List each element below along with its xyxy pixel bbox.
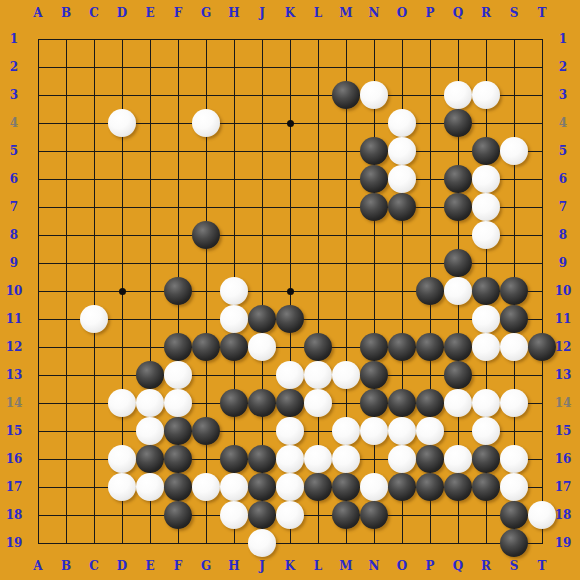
intersection-F10[interactable] (164, 277, 192, 305)
intersection-A19[interactable] (24, 529, 52, 557)
stone-black-M17[interactable] (332, 473, 360, 501)
intersection-D12[interactable] (108, 333, 136, 361)
intersection-H10[interactable] (220, 277, 248, 305)
stone-black-S18[interactable] (500, 501, 528, 529)
stone-white-H18[interactable] (220, 501, 248, 529)
intersection-N17[interactable] (360, 473, 388, 501)
intersection-T13[interactable] (528, 361, 556, 389)
intersection-L9[interactable] (304, 249, 332, 277)
stone-black-M18[interactable] (332, 501, 360, 529)
stone-black-O17[interactable] (388, 473, 416, 501)
intersection-S10[interactable] (500, 277, 528, 305)
intersection-G5[interactable] (192, 137, 220, 165)
intersection-J19[interactable] (248, 529, 276, 557)
stone-black-P14[interactable] (416, 389, 444, 417)
stone-white-R12[interactable] (472, 333, 500, 361)
stone-black-N5[interactable] (360, 137, 388, 165)
stone-black-F17[interactable] (164, 473, 192, 501)
intersection-Q16[interactable] (444, 445, 472, 473)
intersection-A14[interactable] (24, 389, 52, 417)
intersection-A5[interactable] (24, 137, 52, 165)
intersection-L12[interactable] (304, 333, 332, 361)
intersection-K5[interactable] (276, 137, 304, 165)
intersection-S5[interactable] (500, 137, 528, 165)
intersection-L10[interactable] (304, 277, 332, 305)
intersection-K2[interactable] (276, 53, 304, 81)
intersection-J3[interactable] (248, 81, 276, 109)
stone-black-F18[interactable] (164, 501, 192, 529)
intersection-Q1[interactable] (444, 25, 472, 53)
intersection-K11[interactable] (276, 305, 304, 333)
intersection-D13[interactable] (108, 361, 136, 389)
intersection-E1[interactable] (136, 25, 164, 53)
intersection-N15[interactable] (360, 417, 388, 445)
intersection-L6[interactable] (304, 165, 332, 193)
stone-white-R11[interactable] (472, 305, 500, 333)
intersection-N18[interactable] (360, 501, 388, 529)
intersection-M8[interactable] (332, 221, 360, 249)
intersection-G18[interactable] (192, 501, 220, 529)
stone-black-L17[interactable] (304, 473, 332, 501)
intersection-J6[interactable] (248, 165, 276, 193)
intersection-G8[interactable] (192, 221, 220, 249)
stone-black-O12[interactable] (388, 333, 416, 361)
intersection-C15[interactable] (80, 417, 108, 445)
intersection-C12[interactable] (80, 333, 108, 361)
intersection-C11[interactable] (80, 305, 108, 333)
stone-white-O16[interactable] (388, 445, 416, 473)
intersection-S17[interactable] (500, 473, 528, 501)
intersection-M9[interactable] (332, 249, 360, 277)
stone-white-H10[interactable] (220, 277, 248, 305)
intersection-F8[interactable] (164, 221, 192, 249)
intersection-D7[interactable] (108, 193, 136, 221)
intersection-H2[interactable] (220, 53, 248, 81)
intersection-H16[interactable] (220, 445, 248, 473)
intersection-B17[interactable] (52, 473, 80, 501)
stone-black-O14[interactable] (388, 389, 416, 417)
intersection-D14[interactable] (108, 389, 136, 417)
intersection-T16[interactable] (528, 445, 556, 473)
intersection-R19[interactable] (472, 529, 500, 557)
intersection-D9[interactable] (108, 249, 136, 277)
intersection-L19[interactable] (304, 529, 332, 557)
intersection-T14[interactable] (528, 389, 556, 417)
stone-black-R17[interactable] (472, 473, 500, 501)
intersection-T5[interactable] (528, 137, 556, 165)
intersection-O17[interactable] (388, 473, 416, 501)
intersection-S16[interactable] (500, 445, 528, 473)
intersection-T2[interactable] (528, 53, 556, 81)
intersection-M14[interactable] (332, 389, 360, 417)
intersection-T7[interactable] (528, 193, 556, 221)
intersection-A1[interactable] (24, 25, 52, 53)
stone-white-L16[interactable] (304, 445, 332, 473)
stone-white-K17[interactable] (276, 473, 304, 501)
intersection-Q4[interactable] (444, 109, 472, 137)
intersection-S3[interactable] (500, 81, 528, 109)
intersection-N5[interactable] (360, 137, 388, 165)
intersection-F11[interactable] (164, 305, 192, 333)
intersection-P17[interactable] (416, 473, 444, 501)
intersection-R16[interactable] (472, 445, 500, 473)
stone-black-R10[interactable] (472, 277, 500, 305)
stone-black-Q9[interactable] (444, 249, 472, 277)
intersection-J11[interactable] (248, 305, 276, 333)
intersection-Q13[interactable] (444, 361, 472, 389)
stone-black-Q17[interactable] (444, 473, 472, 501)
stone-white-C11[interactable] (80, 305, 108, 333)
stone-white-K16[interactable] (276, 445, 304, 473)
stone-white-F13[interactable] (164, 361, 192, 389)
intersection-O5[interactable] (388, 137, 416, 165)
intersection-J13[interactable] (248, 361, 276, 389)
intersection-C17[interactable] (80, 473, 108, 501)
intersection-L15[interactable] (304, 417, 332, 445)
intersection-J5[interactable] (248, 137, 276, 165)
intersection-R10[interactable] (472, 277, 500, 305)
intersection-C16[interactable] (80, 445, 108, 473)
stone-black-R5[interactable] (472, 137, 500, 165)
intersection-O2[interactable] (388, 53, 416, 81)
stone-black-G12[interactable] (192, 333, 220, 361)
intersection-M15[interactable] (332, 417, 360, 445)
intersection-J2[interactable] (248, 53, 276, 81)
intersection-D4[interactable] (108, 109, 136, 137)
intersection-D19[interactable] (108, 529, 136, 557)
intersection-C18[interactable] (80, 501, 108, 529)
stone-black-H16[interactable] (220, 445, 248, 473)
stone-white-S14[interactable] (500, 389, 528, 417)
intersection-D11[interactable] (108, 305, 136, 333)
intersection-B8[interactable] (52, 221, 80, 249)
stone-black-J16[interactable] (248, 445, 276, 473)
intersection-C13[interactable] (80, 361, 108, 389)
intersection-G17[interactable] (192, 473, 220, 501)
intersection-S12[interactable] (500, 333, 528, 361)
stone-white-O15[interactable] (388, 417, 416, 445)
intersection-Q17[interactable] (444, 473, 472, 501)
intersection-L5[interactable] (304, 137, 332, 165)
intersection-F12[interactable] (164, 333, 192, 361)
intersection-P4[interactable] (416, 109, 444, 137)
intersection-G6[interactable] (192, 165, 220, 193)
stone-black-F12[interactable] (164, 333, 192, 361)
intersection-E2[interactable] (136, 53, 164, 81)
intersection-R12[interactable] (472, 333, 500, 361)
intersection-E15[interactable] (136, 417, 164, 445)
stone-white-T18[interactable] (528, 501, 556, 529)
intersection-B14[interactable] (52, 389, 80, 417)
intersection-S14[interactable] (500, 389, 528, 417)
intersection-M18[interactable] (332, 501, 360, 529)
intersection-B18[interactable] (52, 501, 80, 529)
stone-black-J17[interactable] (248, 473, 276, 501)
intersection-N14[interactable] (360, 389, 388, 417)
intersection-D18[interactable] (108, 501, 136, 529)
intersection-Q9[interactable] (444, 249, 472, 277)
stone-black-P16[interactable] (416, 445, 444, 473)
stone-white-Q3[interactable] (444, 81, 472, 109)
stone-white-S12[interactable] (500, 333, 528, 361)
intersection-E17[interactable] (136, 473, 164, 501)
stone-white-O5[interactable] (388, 137, 416, 165)
intersection-D5[interactable] (108, 137, 136, 165)
intersection-P15[interactable] (416, 417, 444, 445)
stone-white-P15[interactable] (416, 417, 444, 445)
intersection-A2[interactable] (24, 53, 52, 81)
stone-white-S5[interactable] (500, 137, 528, 165)
intersection-S9[interactable] (500, 249, 528, 277)
stone-black-K11[interactable] (276, 305, 304, 333)
intersection-K1[interactable] (276, 25, 304, 53)
intersection-O15[interactable] (388, 417, 416, 445)
intersection-H6[interactable] (220, 165, 248, 193)
intersection-L8[interactable] (304, 221, 332, 249)
intersection-J10[interactable] (248, 277, 276, 305)
intersection-A6[interactable] (24, 165, 52, 193)
intersection-C3[interactable] (80, 81, 108, 109)
intersection-N3[interactable] (360, 81, 388, 109)
intersection-K18[interactable] (276, 501, 304, 529)
intersection-T9[interactable] (528, 249, 556, 277)
intersection-E3[interactable] (136, 81, 164, 109)
intersection-H4[interactable] (220, 109, 248, 137)
intersection-G10[interactable] (192, 277, 220, 305)
intersection-T19[interactable] (528, 529, 556, 557)
stone-black-R16[interactable] (472, 445, 500, 473)
intersection-R4[interactable] (472, 109, 500, 137)
intersection-M19[interactable] (332, 529, 360, 557)
intersection-O1[interactable] (388, 25, 416, 53)
stone-white-R6[interactable] (472, 165, 500, 193)
stone-white-K13[interactable] (276, 361, 304, 389)
intersection-E16[interactable] (136, 445, 164, 473)
intersection-K8[interactable] (276, 221, 304, 249)
intersection-Q12[interactable] (444, 333, 472, 361)
intersection-Q15[interactable] (444, 417, 472, 445)
intersection-L18[interactable] (304, 501, 332, 529)
stone-white-D14[interactable] (108, 389, 136, 417)
intersection-P11[interactable] (416, 305, 444, 333)
intersection-Q19[interactable] (444, 529, 472, 557)
intersection-E11[interactable] (136, 305, 164, 333)
stone-white-M13[interactable] (332, 361, 360, 389)
intersection-J14[interactable] (248, 389, 276, 417)
intersection-G4[interactable] (192, 109, 220, 137)
intersection-H12[interactable] (220, 333, 248, 361)
intersection-L1[interactable] (304, 25, 332, 53)
intersection-L3[interactable] (304, 81, 332, 109)
intersection-F16[interactable] (164, 445, 192, 473)
intersection-D3[interactable] (108, 81, 136, 109)
intersection-G19[interactable] (192, 529, 220, 557)
intersection-K13[interactable] (276, 361, 304, 389)
intersection-S13[interactable] (500, 361, 528, 389)
stone-white-F14[interactable] (164, 389, 192, 417)
stone-white-N17[interactable] (360, 473, 388, 501)
stone-black-Q7[interactable] (444, 193, 472, 221)
intersection-G16[interactable] (192, 445, 220, 473)
intersection-A17[interactable] (24, 473, 52, 501)
intersection-A11[interactable] (24, 305, 52, 333)
intersection-D6[interactable] (108, 165, 136, 193)
stone-white-K18[interactable] (276, 501, 304, 529)
intersection-S1[interactable] (500, 25, 528, 53)
intersection-T4[interactable] (528, 109, 556, 137)
intersection-S15[interactable] (500, 417, 528, 445)
intersection-K12[interactable] (276, 333, 304, 361)
intersection-O4[interactable] (388, 109, 416, 137)
intersection-K6[interactable] (276, 165, 304, 193)
intersection-D1[interactable] (108, 25, 136, 53)
intersection-S8[interactable] (500, 221, 528, 249)
intersection-H3[interactable] (220, 81, 248, 109)
intersection-K15[interactable] (276, 417, 304, 445)
intersection-M6[interactable] (332, 165, 360, 193)
intersection-K10[interactable] (276, 277, 304, 305)
intersection-S7[interactable] (500, 193, 528, 221)
intersection-Q18[interactable] (444, 501, 472, 529)
intersection-G11[interactable] (192, 305, 220, 333)
intersection-T11[interactable] (528, 305, 556, 333)
intersection-M12[interactable] (332, 333, 360, 361)
intersection-P8[interactable] (416, 221, 444, 249)
intersection-A12[interactable] (24, 333, 52, 361)
intersection-J15[interactable] (248, 417, 276, 445)
intersection-B3[interactable] (52, 81, 80, 109)
stone-black-N14[interactable] (360, 389, 388, 417)
stone-white-D4[interactable] (108, 109, 136, 137)
intersection-L16[interactable] (304, 445, 332, 473)
intersection-H1[interactable] (220, 25, 248, 53)
stone-white-L14[interactable] (304, 389, 332, 417)
intersection-S4[interactable] (500, 109, 528, 137)
intersection-E7[interactable] (136, 193, 164, 221)
intersection-S18[interactable] (500, 501, 528, 529)
stone-white-Q10[interactable] (444, 277, 472, 305)
stone-white-K15[interactable] (276, 417, 304, 445)
intersection-B19[interactable] (52, 529, 80, 557)
intersection-M16[interactable] (332, 445, 360, 473)
intersection-H13[interactable] (220, 361, 248, 389)
stone-black-L12[interactable] (304, 333, 332, 361)
stone-white-G4[interactable] (192, 109, 220, 137)
stone-black-F10[interactable] (164, 277, 192, 305)
intersection-E4[interactable] (136, 109, 164, 137)
stone-black-N13[interactable] (360, 361, 388, 389)
intersection-D16[interactable] (108, 445, 136, 473)
intersection-B9[interactable] (52, 249, 80, 277)
intersection-B12[interactable] (52, 333, 80, 361)
intersection-N19[interactable] (360, 529, 388, 557)
stone-white-E17[interactable] (136, 473, 164, 501)
stone-black-S10[interactable] (500, 277, 528, 305)
intersection-F4[interactable] (164, 109, 192, 137)
stone-white-R15[interactable] (472, 417, 500, 445)
intersection-M13[interactable] (332, 361, 360, 389)
stone-white-G17[interactable] (192, 473, 220, 501)
intersection-B2[interactable] (52, 53, 80, 81)
intersection-K3[interactable] (276, 81, 304, 109)
intersection-N6[interactable] (360, 165, 388, 193)
intersection-A13[interactable] (24, 361, 52, 389)
intersection-J18[interactable] (248, 501, 276, 529)
intersection-E18[interactable] (136, 501, 164, 529)
intersection-K7[interactable] (276, 193, 304, 221)
intersection-H14[interactable] (220, 389, 248, 417)
stone-black-E13[interactable] (136, 361, 164, 389)
stone-black-Q6[interactable] (444, 165, 472, 193)
intersection-E19[interactable] (136, 529, 164, 557)
intersection-J16[interactable] (248, 445, 276, 473)
intersection-E12[interactable] (136, 333, 164, 361)
intersection-G14[interactable] (192, 389, 220, 417)
intersection-B13[interactable] (52, 361, 80, 389)
intersection-O16[interactable] (388, 445, 416, 473)
intersection-C6[interactable] (80, 165, 108, 193)
intersection-J17[interactable] (248, 473, 276, 501)
intersection-B4[interactable] (52, 109, 80, 137)
stone-white-J12[interactable] (248, 333, 276, 361)
intersection-M3[interactable] (332, 81, 360, 109)
intersection-M5[interactable] (332, 137, 360, 165)
intersection-P13[interactable] (416, 361, 444, 389)
intersection-O18[interactable] (388, 501, 416, 529)
intersection-O14[interactable] (388, 389, 416, 417)
intersection-H9[interactable] (220, 249, 248, 277)
intersection-S6[interactable] (500, 165, 528, 193)
stone-black-T12[interactable] (528, 333, 556, 361)
intersection-J8[interactable] (248, 221, 276, 249)
intersection-H17[interactable] (220, 473, 248, 501)
intersection-R8[interactable] (472, 221, 500, 249)
intersection-G1[interactable] (192, 25, 220, 53)
intersection-B10[interactable] (52, 277, 80, 305)
intersection-P16[interactable] (416, 445, 444, 473)
stone-black-J18[interactable] (248, 501, 276, 529)
intersection-C1[interactable] (80, 25, 108, 53)
intersection-D15[interactable] (108, 417, 136, 445)
intersection-E5[interactable] (136, 137, 164, 165)
intersection-M2[interactable] (332, 53, 360, 81)
stone-black-S19[interactable] (500, 529, 528, 557)
intersection-E8[interactable] (136, 221, 164, 249)
intersection-E13[interactable] (136, 361, 164, 389)
intersection-C10[interactable] (80, 277, 108, 305)
intersection-G9[interactable] (192, 249, 220, 277)
intersection-A3[interactable] (24, 81, 52, 109)
intersection-F14[interactable] (164, 389, 192, 417)
intersection-K4[interactable] (276, 109, 304, 137)
intersection-K14[interactable] (276, 389, 304, 417)
intersection-L11[interactable] (304, 305, 332, 333)
intersection-N10[interactable] (360, 277, 388, 305)
intersection-L2[interactable] (304, 53, 332, 81)
intersection-Q8[interactable] (444, 221, 472, 249)
intersection-C2[interactable] (80, 53, 108, 81)
intersection-M10[interactable] (332, 277, 360, 305)
intersection-N2[interactable] (360, 53, 388, 81)
stone-white-D16[interactable] (108, 445, 136, 473)
intersection-G15[interactable] (192, 417, 220, 445)
intersection-P6[interactable] (416, 165, 444, 193)
intersection-C8[interactable] (80, 221, 108, 249)
intersection-N12[interactable] (360, 333, 388, 361)
stone-white-O6[interactable] (388, 165, 416, 193)
intersection-A10[interactable] (24, 277, 52, 305)
intersection-D10[interactable] (108, 277, 136, 305)
